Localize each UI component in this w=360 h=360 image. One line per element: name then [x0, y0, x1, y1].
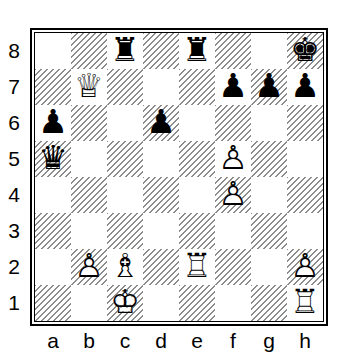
- rank-label-2: 2: [2, 249, 26, 285]
- piece-black-rook[interactable]: ♜: [107, 32, 143, 68]
- square-g8[interactable]: [251, 33, 287, 69]
- piece-white-rook[interactable]: ♖: [287, 284, 323, 320]
- square-c6[interactable]: [107, 105, 143, 141]
- file-labels: abcdefgh: [35, 327, 323, 355]
- square-g5[interactable]: [251, 141, 287, 177]
- board-border: ♜♜♚♛♕♟♟♟♟♟♛♟♙♟♙♟♙♝♗♜♖♟♙♚♔♜♖: [34, 32, 324, 322]
- square-f4[interactable]: ♟♙: [215, 177, 251, 213]
- square-a1[interactable]: [35, 285, 71, 321]
- file-label-a: a: [35, 327, 71, 355]
- file-label-g: g: [251, 327, 287, 355]
- white-king-fill: ♚: [107, 284, 143, 320]
- square-h3[interactable]: [287, 213, 323, 249]
- file-label-e: e: [179, 327, 215, 355]
- piece-white-queen[interactable]: ♕: [71, 68, 107, 104]
- square-f8[interactable]: [215, 33, 251, 69]
- square-e5[interactable]: [179, 141, 215, 177]
- square-a6[interactable]: ♟: [35, 105, 71, 141]
- square-c7[interactable]: [107, 69, 143, 105]
- file-label-d: d: [143, 327, 179, 355]
- square-h8[interactable]: ♚: [287, 33, 323, 69]
- piece-white-pawn[interactable]: ♙: [215, 176, 251, 212]
- square-d8[interactable]: [143, 33, 179, 69]
- rank-label-1: 1: [2, 285, 26, 321]
- piece-black-pawn[interactable]: ♟: [35, 104, 71, 140]
- piece-black-pawn[interactable]: ♟: [215, 68, 251, 104]
- piece-black-king[interactable]: ♚: [287, 32, 323, 68]
- file-label-b: b: [71, 327, 107, 355]
- square-b7[interactable]: ♛♕: [71, 69, 107, 105]
- rank-label-3: 3: [2, 213, 26, 249]
- rank-label-8: 8: [2, 33, 26, 69]
- rank-label-7: 7: [2, 69, 26, 105]
- rank-label-6: 6: [2, 105, 26, 141]
- square-b4[interactable]: [71, 177, 107, 213]
- rank-label-5: 5: [2, 141, 26, 177]
- file-label-h: h: [287, 327, 323, 355]
- square-d5[interactable]: [143, 141, 179, 177]
- white-pawn-fill: ♟: [287, 248, 323, 284]
- square-h5[interactable]: [287, 141, 323, 177]
- square-b3[interactable]: [71, 213, 107, 249]
- chessboard: ♜♜♚♛♕♟♟♟♟♟♛♟♙♟♙♟♙♝♗♜♖♟♙♚♔♜♖: [35, 33, 323, 321]
- square-b8[interactable]: [71, 33, 107, 69]
- piece-black-queen[interactable]: ♛: [35, 140, 71, 176]
- piece-white-pawn[interactable]: ♙: [215, 140, 251, 176]
- piece-black-pawn[interactable]: ♟: [251, 68, 287, 104]
- square-h7[interactable]: ♟: [287, 69, 323, 105]
- board-frame: ♜♜♚♛♕♟♟♟♟♟♛♟♙♟♙♟♙♝♗♜♖♟♙♚♔♜♖: [30, 28, 328, 326]
- square-a2[interactable]: [35, 249, 71, 285]
- square-f1[interactable]: [215, 285, 251, 321]
- square-c5[interactable]: [107, 141, 143, 177]
- square-e2[interactable]: ♜♖: [179, 249, 215, 285]
- square-e7[interactable]: [179, 69, 215, 105]
- square-e4[interactable]: [179, 177, 215, 213]
- square-h4[interactable]: [287, 177, 323, 213]
- square-f7[interactable]: ♟: [215, 69, 251, 105]
- square-a5[interactable]: ♛: [35, 141, 71, 177]
- chess-diagram: 87654321 ♜♜♚♛♕♟♟♟♟♟♛♟♙♟♙♟♙♝♗♜♖♟♙♚♔♜♖ abc…: [0, 0, 360, 360]
- white-rook-fill: ♜: [179, 248, 215, 284]
- square-g6[interactable]: [251, 105, 287, 141]
- square-h2[interactable]: ♟♙: [287, 249, 323, 285]
- piece-black-pawn[interactable]: ♟: [287, 68, 323, 104]
- square-c4[interactable]: [107, 177, 143, 213]
- rank-label-4: 4: [2, 177, 26, 213]
- square-g7[interactable]: ♟: [251, 69, 287, 105]
- square-e1[interactable]: [179, 285, 215, 321]
- square-b2[interactable]: ♟♙: [71, 249, 107, 285]
- white-pawn-fill: ♟: [71, 248, 107, 284]
- square-a8[interactable]: [35, 33, 71, 69]
- square-g2[interactable]: [251, 249, 287, 285]
- piece-white-pawn[interactable]: ♙: [71, 248, 107, 284]
- square-a7[interactable]: [35, 69, 71, 105]
- square-f5[interactable]: ♟♙: [215, 141, 251, 177]
- piece-white-bishop[interactable]: ♗: [107, 248, 143, 284]
- piece-black-rook[interactable]: ♜: [179, 32, 215, 68]
- square-a3[interactable]: [35, 213, 71, 249]
- white-queen-fill: ♛: [71, 68, 107, 104]
- white-rook-fill: ♜: [287, 284, 323, 320]
- square-f2[interactable]: [215, 249, 251, 285]
- square-h6[interactable]: [287, 105, 323, 141]
- square-b1[interactable]: [71, 285, 107, 321]
- square-e6[interactable]: [179, 105, 215, 141]
- square-a4[interactable]: [35, 177, 71, 213]
- square-c2[interactable]: ♝♗: [107, 249, 143, 285]
- square-e3[interactable]: [179, 213, 215, 249]
- square-g4[interactable]: [251, 177, 287, 213]
- file-label-c: c: [107, 327, 143, 355]
- piece-white-king[interactable]: ♔: [107, 284, 143, 320]
- square-f6[interactable]: [215, 105, 251, 141]
- piece-white-pawn[interactable]: ♙: [287, 248, 323, 284]
- white-bishop-fill: ♝: [107, 248, 143, 284]
- piece-white-rook[interactable]: ♖: [179, 248, 215, 284]
- square-b5[interactable]: [71, 141, 107, 177]
- square-c3[interactable]: [107, 213, 143, 249]
- square-g1[interactable]: [251, 285, 287, 321]
- file-label-f: f: [215, 327, 251, 355]
- square-d1[interactable]: [143, 285, 179, 321]
- square-d2[interactable]: [143, 249, 179, 285]
- white-pawn-fill: ♟: [215, 176, 251, 212]
- square-d6[interactable]: ♟: [143, 105, 179, 141]
- square-d3[interactable]: [143, 213, 179, 249]
- piece-black-pawn[interactable]: ♟: [143, 104, 179, 140]
- square-c1[interactable]: ♚♔: [107, 285, 143, 321]
- rank-labels: 87654321: [2, 33, 26, 321]
- white-pawn-fill: ♟: [215, 140, 251, 176]
- square-h1[interactable]: ♜♖: [287, 285, 323, 321]
- square-d4[interactable]: [143, 177, 179, 213]
- square-c8[interactable]: ♜: [107, 33, 143, 69]
- square-g3[interactable]: [251, 213, 287, 249]
- square-e8[interactable]: ♜: [179, 33, 215, 69]
- square-f3[interactable]: [215, 213, 251, 249]
- square-b6[interactable]: [71, 105, 107, 141]
- square-d7[interactable]: [143, 69, 179, 105]
